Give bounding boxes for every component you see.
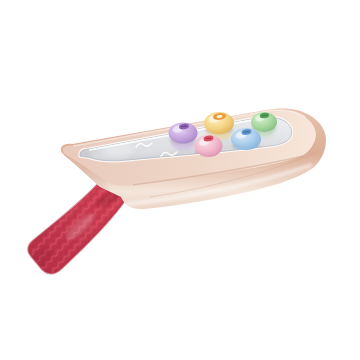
bead-pink (195, 135, 223, 157)
bead-yellow (204, 112, 234, 134)
bead-green (251, 112, 277, 132)
bead-blue (231, 128, 261, 150)
bead-slot-slit (206, 138, 211, 139)
bead-slot-slit (182, 126, 187, 127)
product-photo (0, 0, 360, 360)
bead-slot-slit (262, 115, 267, 116)
bead-purple (169, 123, 198, 144)
bead-slot-slit (244, 132, 249, 133)
toy-phone-illustration (0, 0, 360, 360)
